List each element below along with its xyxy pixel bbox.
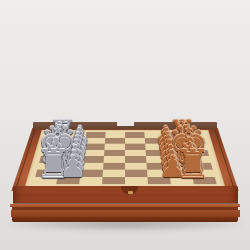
board-square[interactable] <box>105 137 125 143</box>
board-square[interactable] <box>125 169 147 176</box>
board-square[interactable] <box>104 149 125 155</box>
box-molding-base <box>12 217 238 223</box>
board-square[interactable] <box>125 176 148 184</box>
board-square[interactable] <box>104 156 125 163</box>
board-square[interactable] <box>125 149 146 155</box>
chess-piece-black-r[interactable]: ♜ <box>175 144 211 184</box>
board-square[interactable] <box>125 132 145 138</box>
board-square[interactable] <box>103 169 125 176</box>
board-square[interactable] <box>105 132 125 138</box>
board-square[interactable] <box>125 162 147 169</box>
board-square[interactable] <box>104 143 125 149</box>
product-photo-scene: ♜♞♝♚♛♝♞♜♟♟♟♟♟♟♟♟♟♟♟♟♟♟♟♟♜♞♝♚♛♝♞♜ <box>0 0 250 250</box>
lid-seam <box>13 203 238 204</box>
board-square[interactable] <box>125 137 145 143</box>
box-back-rim-notch <box>117 122 134 128</box>
box-molding-mid <box>11 210 240 217</box>
board-square[interactable] <box>125 156 146 163</box>
chess-piece-white-p[interactable]: ♟ <box>60 152 87 182</box>
board-square[interactable] <box>125 143 146 149</box>
board-square[interactable] <box>103 162 125 169</box>
lid-notch-brass-accent <box>128 191 133 194</box>
board-square[interactable] <box>102 176 125 184</box>
